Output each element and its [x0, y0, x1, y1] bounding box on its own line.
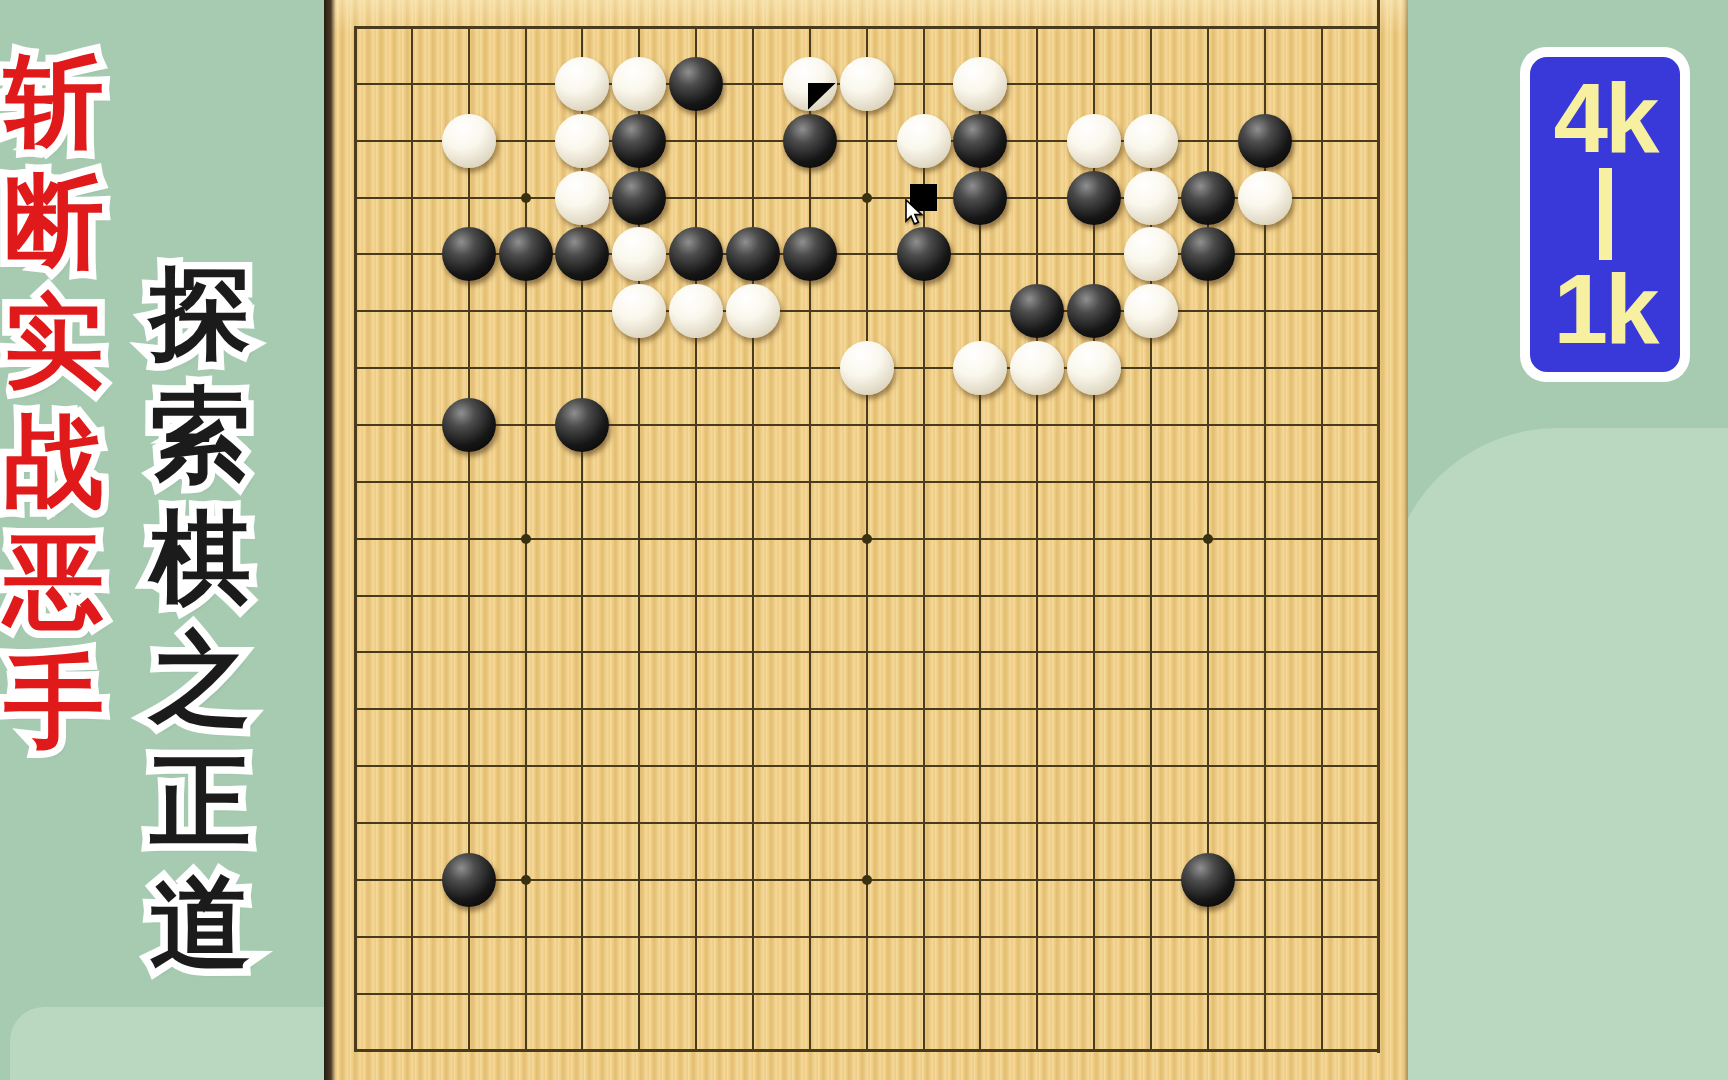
- title-char-fill: 探: [150, 257, 251, 369]
- title-char: 斩斩: [0, 51, 164, 151]
- rank-badge-bottom-label: 1k: [1553, 260, 1656, 358]
- title-char-fill: 手: [4, 645, 104, 757]
- title-char-fill: 战: [4, 405, 104, 517]
- rank-badge-inner: 4k 1k: [1530, 57, 1680, 372]
- title-char: 正正: [90, 751, 310, 852]
- title-char-fill: 棋: [150, 501, 251, 613]
- title-char: 索索: [90, 385, 310, 486]
- rank-badge-top-label: 4k: [1553, 69, 1656, 167]
- badge-divider: [1599, 168, 1612, 260]
- title-char-fill: 斩: [4, 45, 104, 157]
- title-char: 棋棋: [90, 507, 310, 608]
- decorative-light-green-curve-right: [1388, 428, 1728, 1080]
- title-char-fill: 之: [150, 623, 251, 735]
- title-char: 探探: [90, 263, 310, 364]
- title-char-fill: 道: [150, 867, 251, 979]
- title-char: 之之: [90, 629, 310, 730]
- title-char-fill: 索: [150, 379, 251, 491]
- title-char-fill: 恶: [4, 525, 104, 637]
- decorative-light-green-panel-bottom-left: [10, 1007, 324, 1080]
- title-char-fill: 正: [150, 745, 251, 857]
- title-char: 断断: [0, 171, 164, 271]
- go-board[interactable]: [324, 0, 1408, 1080]
- title-char-fill: 实: [4, 285, 104, 397]
- mouse-cursor: [905, 199, 929, 227]
- title-char: 道道: [90, 873, 310, 974]
- rank-badge: 4k 1k: [1520, 47, 1690, 382]
- title-char-fill: 断: [4, 165, 104, 277]
